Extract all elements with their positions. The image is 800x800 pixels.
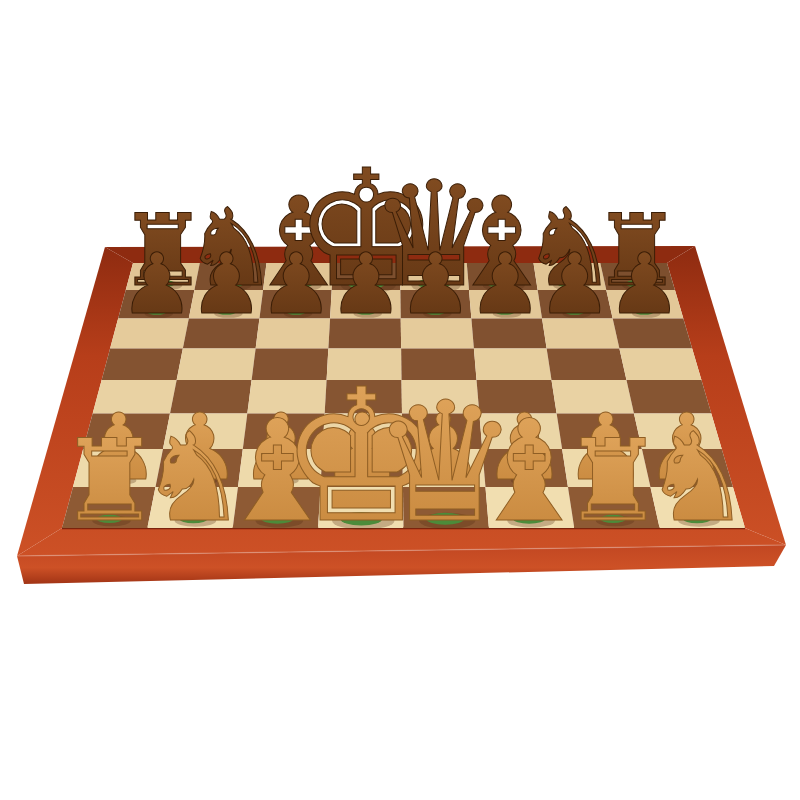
piece-black-pawn-b7[interactable]: ♟ bbox=[189, 235, 264, 333]
piece-black-pawn-g7[interactable]: ♟ bbox=[537, 235, 612, 333]
square-g5[interactable] bbox=[547, 349, 627, 381]
piece-black-pawn-a7[interactable]: ♟ bbox=[119, 235, 194, 333]
square-a5[interactable] bbox=[102, 349, 183, 381]
piece-black-pawn-c7[interactable]: ♟ bbox=[259, 235, 334, 333]
piece-black-pawn-e7[interactable]: ♟ bbox=[398, 235, 473, 333]
piece-black-pawn-h7[interactable]: ♟ bbox=[607, 235, 682, 333]
piece-white-knight-h1[interactable]: ♞ bbox=[642, 406, 752, 549]
chess-set-product-photo: ♜♞♝♚♛♝♞♜♟♟♟♟♟♟♟♟♟♟♟♟♟♟♟♟♜♞♝♚♛♝♜♞ bbox=[0, 0, 800, 800]
chess-board: ♜♞♝♚♛♝♞♜♟♟♟♟♟♟♟♟♟♟♟♟♟♟♟♟♜♞♝♚♛♝♜♞ bbox=[0, 0, 800, 800]
square-b5[interactable] bbox=[177, 349, 256, 381]
piece-black-pawn-d7[interactable]: ♟ bbox=[328, 235, 403, 333]
square-h5[interactable] bbox=[619, 349, 701, 381]
piece-black-pawn-f7[interactable]: ♟ bbox=[467, 235, 542, 333]
